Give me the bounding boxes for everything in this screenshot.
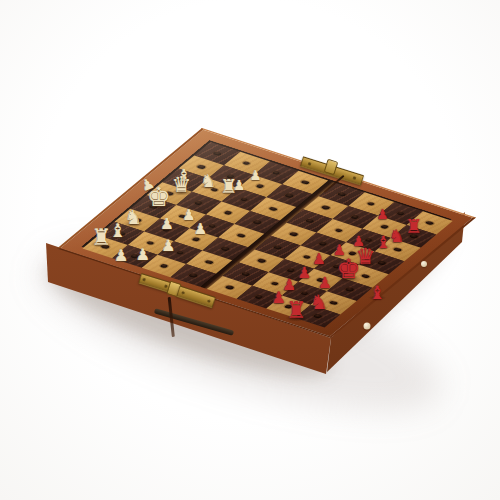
photo-scene: ♟♟♜♟♞♜♞♝♝♟♛♟♟♛♚♟♟♚♟♟♝♟♞♟♟♟♝♞♜♟♟♟♜ [0, 0, 500, 500]
